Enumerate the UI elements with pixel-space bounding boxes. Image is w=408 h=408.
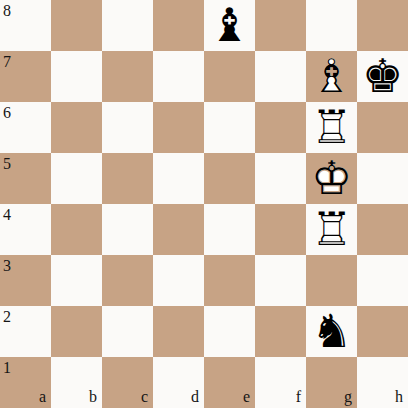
square-d8[interactable] [153, 0, 204, 51]
square-d1[interactable]: d [153, 357, 204, 408]
square-d4[interactable] [153, 204, 204, 255]
file-label-h: h [395, 389, 403, 405]
square-g3[interactable] [306, 255, 357, 306]
square-a8[interactable]: 8 [0, 0, 51, 51]
square-b5[interactable] [51, 153, 102, 204]
square-f5[interactable] [255, 153, 306, 204]
square-a3[interactable]: 3 [0, 255, 51, 306]
square-d3[interactable] [153, 255, 204, 306]
square-f3[interactable] [255, 255, 306, 306]
square-e5[interactable] [204, 153, 255, 204]
square-e8[interactable]: ♝ [204, 0, 255, 51]
black-bishop-glyph: ♝ [204, 0, 255, 51]
square-b2[interactable] [51, 306, 102, 357]
square-g2[interactable]: ♞ [306, 306, 357, 357]
rank-label-8: 8 [3, 3, 11, 19]
square-b4[interactable] [51, 204, 102, 255]
piece-white-rook: ♜♖ [306, 204, 357, 255]
square-a1[interactable]: 1a [0, 357, 51, 408]
file-label-f: f [296, 389, 301, 405]
square-g8[interactable] [306, 0, 357, 51]
black-king-glyph: ♚ [357, 51, 408, 102]
white-rook-outline-glyph: ♖ [306, 204, 357, 255]
square-h5[interactable] [357, 153, 408, 204]
square-h7[interactable]: ♚ [357, 51, 408, 102]
square-c7[interactable] [102, 51, 153, 102]
square-c8[interactable] [102, 0, 153, 51]
piece-black-king: ♚ [357, 51, 408, 102]
file-label-g: g [344, 389, 352, 405]
square-g1[interactable]: g [306, 357, 357, 408]
square-a7[interactable]: 7 [0, 51, 51, 102]
black-knight-glyph: ♞ [306, 306, 357, 357]
rank-label-2: 2 [3, 309, 11, 325]
square-g4[interactable]: ♜♖ [306, 204, 357, 255]
piece-black-bishop: ♝ [204, 0, 255, 51]
square-h2[interactable] [357, 306, 408, 357]
piece-white-rook: ♜♖ [306, 102, 357, 153]
square-c1[interactable]: c [102, 357, 153, 408]
square-e3[interactable] [204, 255, 255, 306]
square-c5[interactable] [102, 153, 153, 204]
square-b3[interactable] [51, 255, 102, 306]
square-h6[interactable] [357, 102, 408, 153]
square-f1[interactable]: f [255, 357, 306, 408]
white-bishop-outline-glyph: ♗ [306, 51, 357, 102]
rank-label-6: 6 [3, 105, 11, 121]
square-b7[interactable] [51, 51, 102, 102]
chess-board-container: 8♝7♝♗♚6♜♖5♚♔4♜♖32♞1abcdefgh [0, 0, 408, 408]
rank-label-5: 5 [3, 156, 11, 172]
square-h4[interactable] [357, 204, 408, 255]
square-c4[interactable] [102, 204, 153, 255]
square-f2[interactable] [255, 306, 306, 357]
square-c6[interactable] [102, 102, 153, 153]
piece-white-bishop: ♝♗ [306, 51, 357, 102]
square-a2[interactable]: 2 [0, 306, 51, 357]
white-king-outline-glyph: ♔ [306, 153, 357, 204]
rank-label-1: 1 [3, 360, 11, 376]
square-c3[interactable] [102, 255, 153, 306]
square-g6[interactable]: ♜♖ [306, 102, 357, 153]
piece-black-knight: ♞ [306, 306, 357, 357]
square-d2[interactable] [153, 306, 204, 357]
square-d7[interactable] [153, 51, 204, 102]
square-a5[interactable]: 5 [0, 153, 51, 204]
square-c2[interactable] [102, 306, 153, 357]
file-label-b: b [89, 389, 97, 405]
square-f4[interactable] [255, 204, 306, 255]
square-f6[interactable] [255, 102, 306, 153]
square-h1[interactable]: h [357, 357, 408, 408]
square-e4[interactable] [204, 204, 255, 255]
square-d6[interactable] [153, 102, 204, 153]
square-g5[interactable]: ♚♔ [306, 153, 357, 204]
white-rook-outline-glyph: ♖ [306, 102, 357, 153]
square-f7[interactable] [255, 51, 306, 102]
square-a6[interactable]: 6 [0, 102, 51, 153]
square-b6[interactable] [51, 102, 102, 153]
file-label-a: a [39, 389, 46, 405]
square-b8[interactable] [51, 0, 102, 51]
square-a4[interactable]: 4 [0, 204, 51, 255]
square-g7[interactable]: ♝♗ [306, 51, 357, 102]
file-label-e: e [243, 389, 250, 405]
square-e1[interactable]: e [204, 357, 255, 408]
square-d5[interactable] [153, 153, 204, 204]
rank-label-3: 3 [3, 258, 11, 274]
piece-white-king: ♚♔ [306, 153, 357, 204]
square-b1[interactable]: b [51, 357, 102, 408]
square-e7[interactable] [204, 51, 255, 102]
square-h3[interactable] [357, 255, 408, 306]
chess-board: 8♝7♝♗♚6♜♖5♚♔4♜♖32♞1abcdefgh [0, 0, 408, 408]
square-h8[interactable] [357, 0, 408, 51]
rank-label-7: 7 [3, 54, 11, 70]
square-f8[interactable] [255, 0, 306, 51]
file-label-c: c [141, 389, 148, 405]
square-e6[interactable] [204, 102, 255, 153]
rank-label-4: 4 [3, 207, 11, 223]
file-label-d: d [191, 389, 199, 405]
square-e2[interactable] [204, 306, 255, 357]
